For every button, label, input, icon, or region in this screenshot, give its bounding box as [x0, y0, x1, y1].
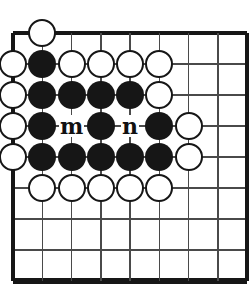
intersection-c9-r2	[232, 48, 250, 79]
intersection-c2-r8	[28, 234, 57, 265]
black-stone	[58, 81, 86, 109]
intersection-c7-r5	[174, 141, 203, 172]
intersection-c9-r9	[232, 265, 250, 287]
intersection-c1-r5	[0, 141, 28, 172]
black-stone	[28, 112, 56, 140]
black-stone	[28, 81, 56, 109]
intersection-c9-r3	[232, 79, 250, 110]
intersection-c1-r6	[0, 172, 28, 203]
intersection-c5-r9	[115, 265, 144, 287]
intersection-c1-r1	[0, 17, 28, 48]
go-diagram: mn	[0, 0, 250, 287]
white-stone	[87, 50, 115, 78]
intersection-c4-r4	[86, 110, 115, 141]
white-stone	[175, 112, 203, 140]
intersection-c6-r8	[145, 234, 174, 265]
intersection-c4-r8	[86, 234, 115, 265]
intersection-c4-r5	[86, 141, 115, 172]
intersection-c9-r1	[232, 17, 250, 48]
black-stone	[28, 50, 56, 78]
intersection-c4-r9	[86, 265, 115, 287]
intersection-c1-r8	[0, 234, 28, 265]
intersection-c8-r2	[203, 48, 232, 79]
intersection-c9-r6	[232, 172, 250, 203]
intersection-c3-r5	[57, 141, 86, 172]
intersection-c7-r8	[174, 234, 203, 265]
intersection-c4-r7	[86, 203, 115, 234]
intersection-c8-r4	[203, 110, 232, 141]
intersection-c6-r4	[145, 110, 174, 141]
intersection-c2-r7	[28, 203, 57, 234]
point-label-m: m	[59, 115, 84, 137]
intersection-c6-r2	[145, 48, 174, 79]
intersection-c3-r3	[57, 79, 86, 110]
intersection-c2-r1	[28, 17, 57, 48]
intersection-c8-r3	[203, 79, 232, 110]
intersection-c4-r6	[86, 172, 115, 203]
intersection-c3-r2	[57, 48, 86, 79]
intersection-c8-r8	[203, 234, 232, 265]
black-stone	[87, 112, 115, 140]
intersection-c2-r3	[28, 79, 57, 110]
intersection-c6-r5	[145, 141, 174, 172]
intersection-c5-r5	[115, 141, 144, 172]
intersection-c5-r3	[115, 79, 144, 110]
white-stone	[58, 174, 86, 202]
intersection-c2-r9	[28, 265, 57, 287]
white-stone	[0, 50, 27, 78]
intersection-c6-r9	[145, 265, 174, 287]
intersection-c7-r2	[174, 48, 203, 79]
intersection-c7-r9	[174, 265, 203, 287]
intersection-c3-r1	[57, 17, 86, 48]
intersection-c8-r9	[203, 265, 232, 287]
white-stone	[0, 112, 27, 140]
white-stone	[58, 50, 86, 78]
point-label-n: n	[121, 115, 139, 137]
white-stone	[28, 174, 56, 202]
intersection-c2-r4	[28, 110, 57, 141]
intersection-c9-r4	[232, 110, 250, 141]
white-stone	[116, 174, 144, 202]
intersection-c3-r4: m	[57, 110, 86, 141]
black-stone	[145, 143, 173, 171]
black-stone	[87, 143, 115, 171]
white-stone	[145, 81, 173, 109]
intersection-c5-r1	[115, 17, 144, 48]
black-stone	[28, 143, 56, 171]
intersection-c8-r6	[203, 172, 232, 203]
intersection-c1-r4	[0, 110, 28, 141]
intersection-c3-r8	[57, 234, 86, 265]
intersection-c2-r6	[28, 172, 57, 203]
intersection-c6-r7	[145, 203, 174, 234]
go-board: mn	[0, 17, 250, 287]
intersection-c8-r5	[203, 141, 232, 172]
intersection-c4-r1	[86, 17, 115, 48]
intersection-c7-r1	[174, 17, 203, 48]
intersection-c5-r2	[115, 48, 144, 79]
intersection-c6-r3	[145, 79, 174, 110]
intersection-c1-r7	[0, 203, 28, 234]
black-stone	[116, 81, 144, 109]
white-stone	[87, 174, 115, 202]
intersection-c8-r7	[203, 203, 232, 234]
intersection-c4-r3	[86, 79, 115, 110]
intersection-c4-r2	[86, 48, 115, 79]
intersection-c6-r1	[145, 17, 174, 48]
intersection-c5-r8	[115, 234, 144, 265]
black-stone	[116, 143, 144, 171]
white-stone	[175, 143, 203, 171]
intersection-c7-r4	[174, 110, 203, 141]
intersection-c7-r6	[174, 172, 203, 203]
intersection-c6-r6	[145, 172, 174, 203]
white-stone	[145, 50, 173, 78]
intersection-c1-r9	[0, 265, 28, 287]
intersection-c2-r5	[28, 141, 57, 172]
intersection-c1-r2	[0, 48, 28, 79]
intersection-c7-r7	[174, 203, 203, 234]
black-stone	[87, 81, 115, 109]
intersection-c9-r5	[232, 141, 250, 172]
intersection-c5-r6	[115, 172, 144, 203]
intersection-c1-r3	[0, 79, 28, 110]
white-stone	[116, 50, 144, 78]
intersection-c7-r3	[174, 79, 203, 110]
intersection-c5-r4: n	[115, 110, 144, 141]
white-stone	[145, 174, 173, 202]
white-stone	[0, 81, 27, 109]
black-stone	[145, 112, 173, 140]
white-stone	[28, 19, 56, 47]
black-stone	[58, 143, 86, 171]
intersection-c2-r2	[28, 48, 57, 79]
intersection-c3-r7	[57, 203, 86, 234]
intersection-c9-r7	[232, 203, 250, 234]
intersection-c5-r7	[115, 203, 144, 234]
intersection-c8-r1	[203, 17, 232, 48]
intersection-c3-r9	[57, 265, 86, 287]
intersection-c3-r6	[57, 172, 86, 203]
white-stone	[0, 143, 27, 171]
intersection-c9-r8	[232, 234, 250, 265]
